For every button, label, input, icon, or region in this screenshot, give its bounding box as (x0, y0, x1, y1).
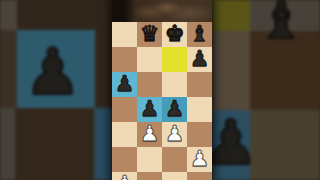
square-f6[interactable] (187, 72, 212, 97)
square-d7[interactable] (137, 47, 162, 72)
square-f2[interactable] (187, 172, 212, 180)
black-pawn: ♟ (190, 46, 210, 71)
square-c8[interactable] (112, 22, 137, 47)
webcam-face-crop (112, 0, 212, 22)
square-d4[interactable]: ♟ (137, 122, 162, 147)
bg-block (250, 110, 320, 180)
square-e8[interactable]: ♚ (162, 22, 187, 47)
square-f8[interactable]: ♝ (187, 22, 212, 47)
square-e6[interactable] (162, 72, 187, 97)
white-pawn: ♟ (115, 171, 135, 180)
white-pawn: ♟ (190, 146, 210, 171)
square-d3[interactable] (137, 147, 162, 172)
square-e7[interactable] (162, 47, 187, 72)
square-e5[interactable]: ♟ (162, 97, 187, 122)
square-c4[interactable] (112, 122, 137, 147)
black-pawn: ♟ (115, 71, 135, 96)
bg-highlight-square-teal-left-bottom (94, 108, 112, 180)
square-f5[interactable] (187, 97, 212, 122)
bg-highlight-square-olive (212, 0, 250, 31)
bg-block (0, 108, 15, 180)
black-pawn: ♟ (140, 96, 160, 121)
bg-block (0, 30, 17, 108)
square-c3[interactable] (112, 147, 137, 172)
square-c5[interactable] (112, 97, 137, 122)
chess-board[interactable]: ♛♚♝♟♟♟♟♟♟♟♟ (112, 22, 212, 180)
square-d8[interactable]: ♛ (137, 22, 162, 47)
square-f3[interactable]: ♟ (187, 147, 212, 172)
square-f4[interactable] (187, 122, 212, 147)
black-bishop: ♝ (190, 21, 210, 46)
video-center-strip: ♛♚♝♟♟♟♟♟♟♟♟ (112, 0, 212, 180)
bg-block (17, 0, 112, 30)
square-c7[interactable] (112, 47, 137, 72)
square-c2[interactable]: ♟ (112, 172, 137, 180)
video-frame: ♟ ♝ ♟ ♛♚♝♟♟♟♟♟♟♟♟ (0, 0, 320, 180)
black-king: ♚ (165, 21, 185, 46)
square-c6[interactable]: ♟ (112, 72, 137, 97)
square-e4[interactable]: ♟ (162, 122, 187, 147)
blurred-black-pawn-icon: ♟ (24, 40, 81, 104)
blurred-black-bishop-icon: ♝ (258, 0, 305, 46)
square-f7[interactable]: ♟ (187, 47, 212, 72)
bg-block (212, 31, 250, 110)
white-pawn: ♟ (165, 121, 185, 146)
bg-block (95, 30, 112, 108)
black-queen: ♛ (140, 21, 160, 46)
black-pawn: ♟ (165, 96, 185, 121)
square-e2[interactable] (162, 172, 187, 180)
bg-block (0, 0, 17, 30)
white-pawn: ♟ (140, 121, 160, 146)
bg-block (15, 108, 94, 180)
square-d5[interactable]: ♟ (137, 97, 162, 122)
square-d2[interactable] (137, 172, 162, 180)
square-d6[interactable] (137, 72, 162, 97)
square-e3[interactable] (162, 147, 187, 172)
